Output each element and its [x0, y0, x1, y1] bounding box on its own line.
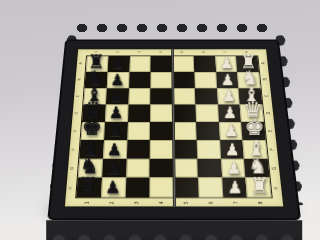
square-r8-c7[interactable]: ♟: [222, 178, 248, 198]
board-surface: 12345678 12345678 ABCDEFGH ABCDEFGH ♜♟♟♜…: [64, 49, 285, 208]
square-r6-c6[interactable]: [196, 140, 220, 159]
square-r4-c7[interactable]: ♟: [218, 105, 242, 122]
square-r1-c5[interactable]: [172, 56, 194, 72]
square-r6-c7[interactable]: ♟: [220, 140, 245, 159]
coordinate-label: 3: [133, 196, 140, 209]
coordinate-label: 4: [159, 49, 163, 55]
piece-white-pawn[interactable]: ♟: [222, 88, 236, 104]
piece-white-pawn[interactable]: ♟: [226, 160, 241, 177]
square-r7-c2[interactable]: ♟: [102, 158, 127, 177]
square-r2-c4[interactable]: [151, 72, 173, 88]
coordinate-label: B: [259, 77, 272, 81]
square-r4-c2[interactable]: ♟: [105, 105, 128, 122]
piece-black-pawn[interactable]: ♟: [109, 105, 123, 121]
square-r3-c7[interactable]: ♟: [217, 88, 240, 105]
square-r8-c2[interactable]: ♟: [101, 178, 126, 198]
piece-white-pawn[interactable]: ♟: [225, 141, 240, 158]
piece-black-pawn[interactable]: ♟: [107, 141, 122, 158]
square-r3-c4[interactable]: [150, 88, 172, 105]
piece-black-pawn[interactable]: ♟: [106, 160, 121, 177]
square-r8-c6[interactable]: [198, 178, 223, 198]
coordinate-label: 7: [232, 196, 240, 209]
piece-white-rook[interactable]: ♜: [250, 175, 269, 196]
square-r5-c3[interactable]: [127, 122, 150, 140]
square-r3-c3[interactable]: [128, 88, 151, 105]
coordinate-label: 3: [138, 49, 142, 55]
coordinate-label: C: [261, 94, 274, 98]
square-r8-c4[interactable]: [150, 178, 174, 198]
square-r6-c2[interactable]: ♟: [103, 140, 127, 159]
coordinate-label: 4: [158, 196, 165, 209]
coordinate-label: E: [264, 129, 277, 133]
piece-black-rook[interactable]: ♜: [79, 175, 98, 196]
piece-white-pawn[interactable]: ♟: [220, 56, 234, 71]
square-r8-c3[interactable]: [125, 178, 150, 198]
piece-white-pawn[interactable]: ♟: [224, 123, 239, 139]
coordinate-label: F: [266, 147, 279, 151]
piece-black-pawn[interactable]: ♟: [105, 179, 120, 196]
piece-white-pawn[interactable]: ♟: [223, 105, 237, 121]
coordinate-label: A: [258, 61, 270, 65]
square-r6-c5[interactable]: [173, 140, 197, 159]
square-r1-c6[interactable]: [193, 56, 215, 72]
chess-board-frame: 12345678 12345678 ABCDEFGH ABCDEFGH ♜♟♟♜…: [47, 39, 301, 220]
perspective-wrapper: 12345678 12345678 ABCDEFGH ABCDEFGH ♜♟♟♜…: [0, 0, 320, 240]
piece-black-pawn[interactable]: ♟: [110, 88, 124, 104]
piece-white-pawn[interactable]: ♟: [221, 72, 235, 87]
coordinate-label: 6: [202, 49, 206, 55]
square-r4-c5[interactable]: [173, 105, 196, 122]
square-r5-c5[interactable]: [173, 122, 196, 140]
coordinate-label: 2: [108, 196, 115, 209]
piece-white-pawn[interactable]: ♟: [227, 179, 242, 196]
square-r1-c4[interactable]: [151, 56, 173, 72]
square-r7-c7[interactable]: ♟: [221, 158, 246, 177]
square-r3-c6[interactable]: [195, 88, 218, 105]
square-r3-c5[interactable]: [173, 88, 196, 105]
coordinate-label: 5: [181, 49, 185, 55]
coordinate-label: G: [268, 166, 282, 171]
square-r5-c2[interactable]: ♟: [104, 122, 128, 140]
coordinate-label: 6: [208, 196, 215, 209]
photo-scene: 12345678 12345678 ABCDEFGH ABCDEFGH ♜♟♟♜…: [0, 0, 320, 240]
square-r2-c5[interactable]: [172, 72, 194, 88]
piece-black-pawn[interactable]: ♟: [108, 123, 123, 139]
square-r1-c3[interactable]: [129, 56, 151, 72]
square-r8-c1[interactable]: ♜: [76, 178, 101, 198]
square-r7-c6[interactable]: [197, 158, 222, 177]
coordinate-label: 1: [83, 196, 91, 209]
coordinate-label: 5: [183, 196, 190, 209]
piece-black-pawn[interactable]: ♟: [111, 72, 125, 87]
square-r5-c4[interactable]: [150, 122, 173, 140]
square-r6-c4[interactable]: [150, 140, 174, 159]
square-r2-c6[interactable]: [194, 72, 217, 88]
square-r7-c5[interactable]: [173, 158, 197, 177]
square-r5-c7[interactable]: ♟: [219, 122, 243, 140]
square-r6-c3[interactable]: [126, 140, 150, 159]
square-r5-c6[interactable]: [196, 122, 220, 140]
coordinate-label: 8: [257, 196, 265, 209]
square-r4-c6[interactable]: [195, 105, 218, 122]
piece-black-pawn[interactable]: ♟: [111, 56, 125, 71]
square-r3-c2[interactable]: ♟: [106, 88, 129, 105]
frame-front-wall: [46, 220, 302, 240]
square-r7-c3[interactable]: [126, 158, 150, 177]
square-r8-c5[interactable]: [174, 178, 199, 198]
square-r2-c3[interactable]: [129, 72, 151, 88]
square-r8-c8[interactable]: ♜: [246, 178, 272, 198]
square-r4-c4[interactable]: [150, 105, 173, 122]
square-r4-c3[interactable]: [128, 105, 151, 122]
square-r7-c4[interactable]: [150, 158, 174, 177]
coordinate-label: H: [270, 186, 284, 191]
